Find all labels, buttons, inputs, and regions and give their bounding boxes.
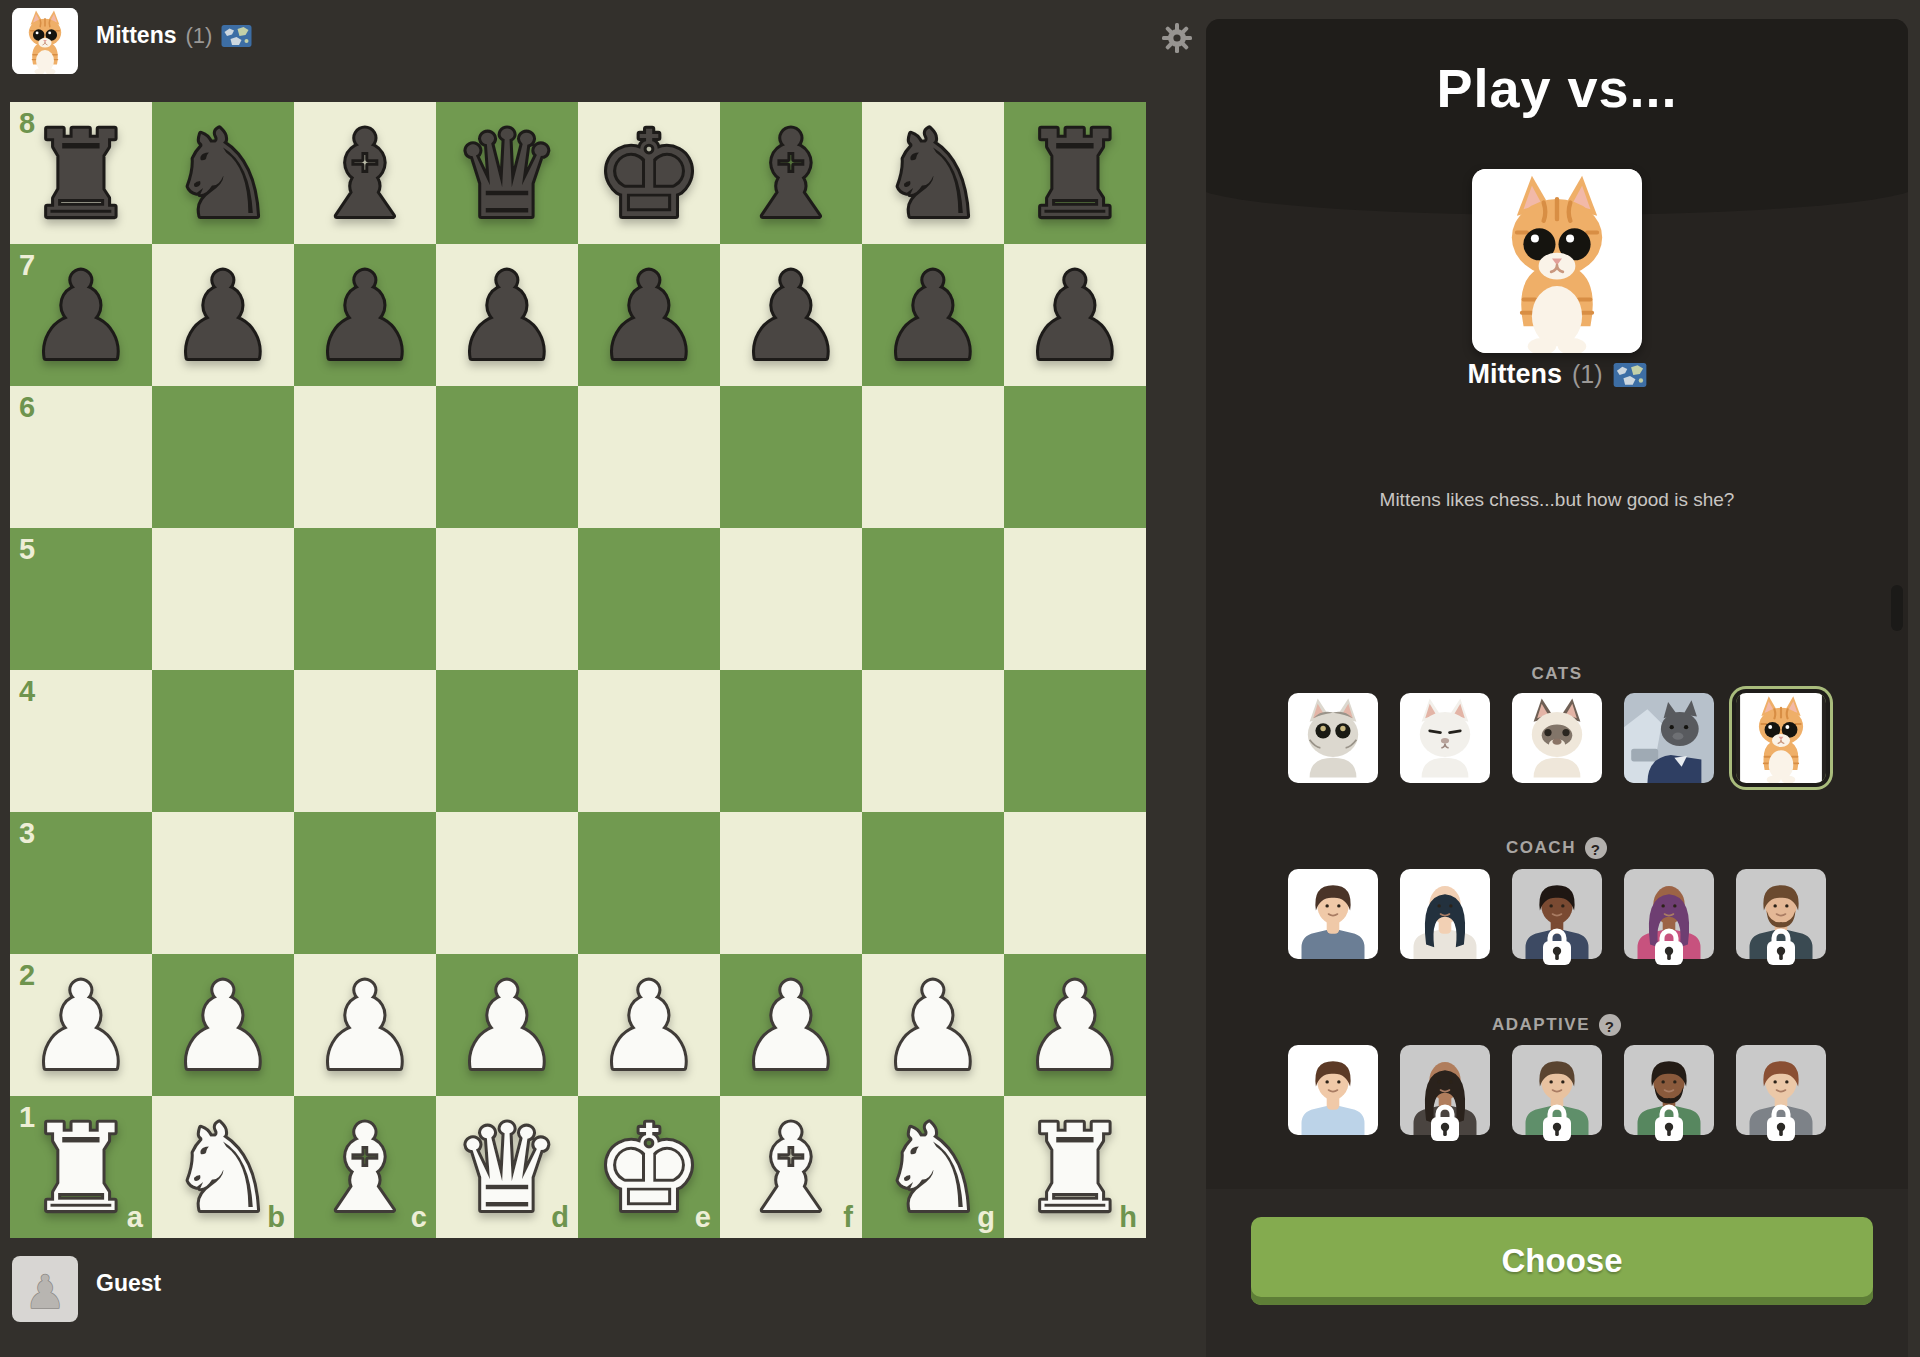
square-a8[interactable]: 8 ♜: [10, 102, 152, 244]
svg-text:?: ?: [1591, 841, 1602, 858]
square-f6[interactable]: [720, 386, 862, 528]
square-f7[interactable]: ♟: [720, 244, 862, 386]
bot-avatar-tile-locked[interactable]: [1400, 1045, 1490, 1135]
svg-text:♟: ♟: [27, 957, 134, 1092]
choose-button[interactable]: Choose: [1251, 1217, 1873, 1305]
square-d5[interactable]: [436, 528, 578, 670]
bot-description: Mittens likes chess...but how good is sh…: [1206, 489, 1908, 511]
square-c8[interactable]: ♝: [294, 102, 436, 244]
svg-text:♜: ♜: [1021, 105, 1128, 240]
international-flag-icon: [221, 25, 252, 47]
square-c4[interactable]: [294, 670, 436, 812]
square-d3[interactable]: [436, 812, 578, 954]
square-a4[interactable]: 4: [10, 670, 152, 812]
panel-scrollbar[interactable]: [1891, 585, 1903, 631]
section-label-cats: CATS: [1206, 664, 1908, 684]
square-g1[interactable]: g ♞: [862, 1096, 1004, 1238]
svg-text:♞: ♞: [879, 105, 986, 240]
app-root: Mittens (1) 8 ♜ ♞ ♝ ♛ ♚ ♝ ♞ ♜7 ♟ ♟ ♟ ♟ ♟…: [0, 0, 1920, 1357]
international-flag-icon: [1613, 363, 1647, 387]
section-label-adaptive: ADAPTIVE ?: [1206, 1013, 1908, 1037]
square-a7[interactable]: 7 ♟: [10, 244, 152, 386]
square-c3[interactable]: [294, 812, 436, 954]
play-vs-panel: Play vs... Mittens (1) Mittens likes che…: [1206, 19, 1908, 1357]
svg-text:♟: ♟: [879, 247, 986, 382]
svg-text:♟: ♟: [879, 957, 986, 1092]
svg-text:♟: ♟: [595, 957, 702, 1092]
square-b7[interactable]: ♟: [152, 244, 294, 386]
top-player-name: Mittens: [96, 22, 177, 49]
square-f8[interactable]: ♝: [720, 102, 862, 244]
chess-board[interactable]: 8 ♜ ♞ ♝ ♛ ♚ ♝ ♞ ♜7 ♟ ♟ ♟ ♟ ♟ ♟ ♟ ♟65432 …: [10, 102, 1146, 1238]
panel-title: Play vs...: [1206, 57, 1908, 119]
top-player-rating: (1): [186, 23, 213, 49]
square-c5[interactable]: [294, 528, 436, 670]
square-h8[interactable]: ♜: [1004, 102, 1146, 244]
bot-avatar-tile-locked[interactable]: [1624, 1045, 1714, 1135]
top-player-bar: Mittens (1): [12, 8, 252, 74]
square-e4[interactable]: [578, 670, 720, 812]
bot-avatar-tile-locked[interactable]: [1512, 1045, 1602, 1135]
square-h1[interactable]: h ♜: [1004, 1096, 1146, 1238]
square-e5[interactable]: [578, 528, 720, 670]
square-b8[interactable]: ♞: [152, 102, 294, 244]
square-e2[interactable]: ♟: [578, 954, 720, 1096]
square-e8[interactable]: ♚: [578, 102, 720, 244]
cat-scaredy-tile[interactable]: [1288, 693, 1378, 783]
svg-text:♜: ♜: [1021, 1099, 1128, 1234]
square-e6[interactable]: [578, 386, 720, 528]
mittens-avatar[interactable]: [12, 8, 78, 74]
square-h2[interactable]: ♟: [1004, 954, 1146, 1096]
square-g4[interactable]: [862, 670, 1004, 812]
svg-text:♟: ♟: [311, 957, 418, 1092]
lock-icon: [1653, 927, 1685, 967]
square-g5[interactable]: [862, 528, 1004, 670]
square-g8[interactable]: ♞: [862, 102, 1004, 244]
square-a2[interactable]: 2 ♟: [10, 954, 152, 1096]
cats-tile-row: [1206, 693, 1908, 783]
square-c6[interactable]: [294, 386, 436, 528]
square-f3[interactable]: [720, 812, 862, 954]
bot-avatar-tile-locked[interactable]: [1736, 1045, 1826, 1135]
svg-text:♟: ♟: [311, 247, 418, 382]
cat-business-tile[interactable]: [1624, 693, 1714, 783]
lock-icon: [1541, 927, 1573, 967]
svg-text:♞: ♞: [169, 1099, 276, 1234]
svg-text:♟: ♟: [1021, 247, 1128, 382]
svg-text:♝: ♝: [311, 1099, 418, 1234]
svg-text:♟: ♟: [1021, 957, 1128, 1092]
bot-portrait: [1472, 169, 1642, 353]
square-c7[interactable]: ♟: [294, 244, 436, 386]
square-f5[interactable]: [720, 528, 862, 670]
square-h4[interactable]: [1004, 670, 1146, 812]
cat-mittens-tile[interactable]: [1736, 693, 1826, 783]
square-h7[interactable]: ♟: [1004, 244, 1146, 386]
svg-text:♟: ♟: [169, 957, 276, 1092]
settings-gear-icon[interactable]: [1162, 23, 1192, 53]
square-b3[interactable]: [152, 812, 294, 954]
square-c2[interactable]: ♟: [294, 954, 436, 1096]
bot-avatar-tile-locked[interactable]: [1736, 869, 1826, 959]
square-f1[interactable]: f ♝: [720, 1096, 862, 1238]
bottom-player-bar: ♟ Guest: [12, 1256, 161, 1322]
lock-icon: [1765, 1103, 1797, 1143]
square-d8[interactable]: ♛: [436, 102, 578, 244]
square-a5[interactable]: 5: [10, 528, 152, 670]
bottom-player-name: Guest: [96, 1270, 161, 1297]
svg-text:♟: ♟: [737, 247, 844, 382]
svg-text:♝: ♝: [737, 105, 844, 240]
svg-text:♟: ♟: [453, 247, 560, 382]
svg-text:♛: ♛: [453, 1099, 560, 1234]
square-g2[interactable]: ♟: [862, 954, 1004, 1096]
square-h3[interactable]: [1004, 812, 1146, 954]
square-d4[interactable]: [436, 670, 578, 812]
square-d6[interactable]: [436, 386, 578, 528]
square-a1[interactable]: 1a ♜: [10, 1096, 152, 1238]
bot-avatar-tile[interactable]: [1288, 869, 1378, 959]
square-a3[interactable]: 3: [10, 812, 152, 954]
bot-avatar-tile-locked[interactable]: [1512, 869, 1602, 959]
section-label-coach: COACH ?: [1206, 836, 1908, 860]
square-b1[interactable]: b ♞: [152, 1096, 294, 1238]
svg-text:♜: ♜: [27, 1099, 134, 1234]
svg-text:♚: ♚: [595, 105, 702, 240]
guest-avatar[interactable]: ♟: [12, 1256, 78, 1322]
svg-text:♟: ♟: [169, 247, 276, 382]
square-g7[interactable]: ♟: [862, 244, 1004, 386]
help-icon[interactable]: ?: [1598, 1013, 1622, 1037]
square-e1[interactable]: e ♚: [578, 1096, 720, 1238]
cat-siamese-tile[interactable]: [1512, 693, 1602, 783]
square-b6[interactable]: [152, 386, 294, 528]
square-b2[interactable]: ♟: [152, 954, 294, 1096]
svg-text:♝: ♝: [737, 1099, 844, 1234]
bot-avatar-tile[interactable]: [1400, 869, 1490, 959]
cat-angry-tile[interactable]: [1400, 693, 1490, 783]
svg-text:♟: ♟: [453, 957, 560, 1092]
svg-text:♟: ♟: [737, 957, 844, 1092]
svg-text:♞: ♞: [169, 105, 276, 240]
square-h5[interactable]: [1004, 528, 1146, 670]
svg-text:?: ?: [1605, 1018, 1616, 1035]
square-b4[interactable]: [152, 670, 294, 812]
lock-icon: [1653, 1103, 1685, 1143]
square-e3[interactable]: [578, 812, 720, 954]
adaptive-tile-row: [1206, 1045, 1908, 1135]
svg-text:♝: ♝: [311, 105, 418, 240]
svg-text:♞: ♞: [879, 1099, 986, 1234]
square-c1[interactable]: c ♝: [294, 1096, 436, 1238]
svg-text:♟: ♟: [27, 247, 134, 382]
bot-avatar-tile-locked[interactable]: [1624, 869, 1714, 959]
bot-rating: (1): [1572, 360, 1603, 389]
bot-name: Mittens: [1467, 359, 1562, 390]
bot-avatar-tile[interactable]: [1288, 1045, 1378, 1135]
square-g6[interactable]: [862, 386, 1004, 528]
help-icon[interactable]: ?: [1584, 836, 1608, 860]
square-h6[interactable]: [1004, 386, 1146, 528]
panel-footer: Choose: [1206, 1189, 1908, 1357]
square-a6[interactable]: 6: [10, 386, 152, 528]
svg-text:♟: ♟: [595, 247, 702, 382]
square-g3[interactable]: [862, 812, 1004, 954]
square-f2[interactable]: ♟: [720, 954, 862, 1096]
square-b5[interactable]: [152, 528, 294, 670]
svg-text:♜: ♜: [27, 105, 134, 240]
lock-icon: [1765, 927, 1797, 967]
svg-text:♚: ♚: [595, 1099, 702, 1234]
svg-text:♟: ♟: [24, 1265, 65, 1319]
svg-text:♛: ♛: [453, 105, 560, 240]
square-e7[interactable]: ♟: [578, 244, 720, 386]
square-d7[interactable]: ♟: [436, 244, 578, 386]
lock-icon: [1429, 1103, 1461, 1143]
coach-tile-row: [1206, 869, 1908, 959]
square-d2[interactable]: ♟: [436, 954, 578, 1096]
square-f4[interactable]: [720, 670, 862, 812]
lock-icon: [1541, 1103, 1573, 1143]
square-d1[interactable]: d ♛: [436, 1096, 578, 1238]
